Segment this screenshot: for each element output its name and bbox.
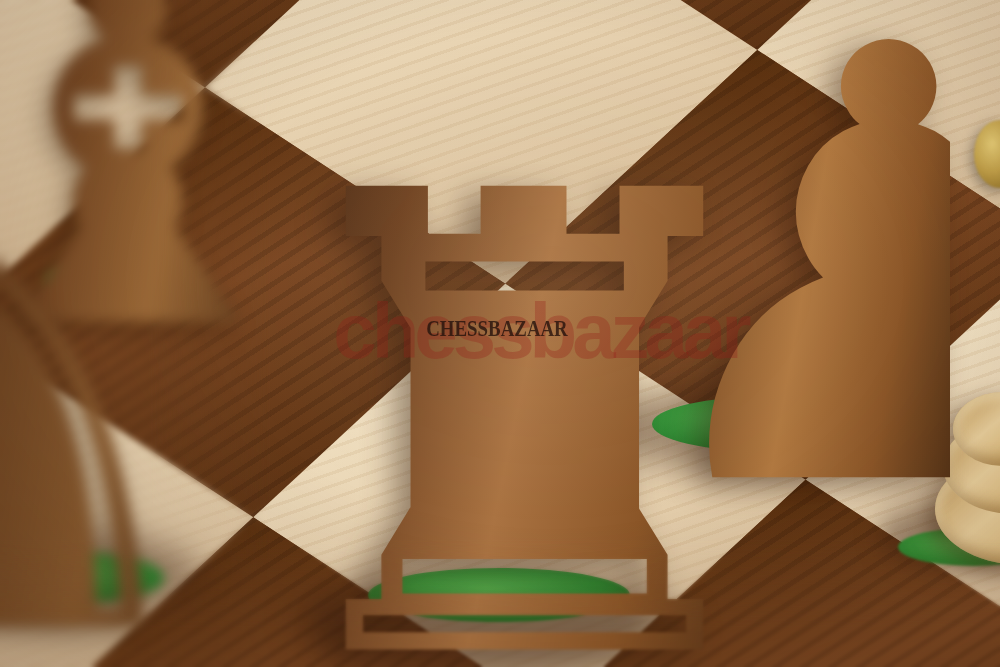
- watermark-small: CHESSBAZAAR: [292, 316, 702, 342]
- chess-photo-scene: ♝ ♞ ♜ ♟ chessbazaar CHESSBAZAAR: [0, 0, 1000, 667]
